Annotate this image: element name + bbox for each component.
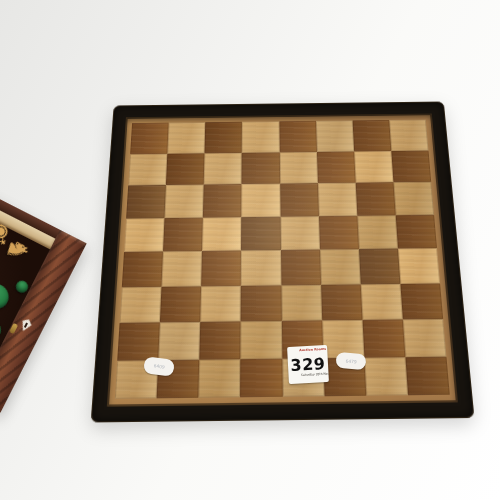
board-square <box>391 150 431 182</box>
board-square <box>166 153 205 185</box>
board-square <box>122 251 163 286</box>
board-square <box>241 285 281 322</box>
chess-piece-knight-icon: ♞ <box>2 235 34 265</box>
board-square <box>205 122 242 153</box>
board-square <box>357 215 398 249</box>
board-square <box>280 216 320 250</box>
board-square <box>398 248 440 283</box>
chessboard-frame <box>91 102 475 423</box>
board-square <box>352 120 391 151</box>
board-square <box>241 216 280 250</box>
lot-sticker-date: Saturday 26th November 202 <box>301 373 316 377</box>
inventory-sticker-right: 6479 <box>335 352 366 371</box>
board-square <box>319 215 359 249</box>
board-square <box>117 322 160 360</box>
board-square <box>320 249 361 284</box>
inventory-sticker-right-text: 6479 <box>345 358 357 364</box>
board-square <box>201 250 241 285</box>
board-square <box>364 357 408 396</box>
board-square <box>199 359 241 398</box>
board-square <box>128 153 167 185</box>
board-square <box>280 183 319 216</box>
board-square <box>393 182 434 215</box>
board-square <box>241 250 281 285</box>
board-square <box>242 184 280 217</box>
board-square <box>403 319 447 357</box>
board-square <box>120 286 162 323</box>
lot-sticker-header: Auction Rooms <box>299 348 315 352</box>
auction-photo: ♚ ♞ ♛ ♟ Auction Rooms 329 Saturday 26th … <box>0 0 500 500</box>
board-square <box>316 120 354 151</box>
board-square <box>167 122 205 153</box>
board-square <box>158 322 200 360</box>
board-square <box>389 120 428 151</box>
board-square <box>242 152 280 184</box>
board-square <box>126 185 166 218</box>
board-square <box>242 121 279 152</box>
board-square <box>317 151 356 183</box>
board-square <box>163 217 203 251</box>
board-square <box>321 284 363 321</box>
board-square <box>354 151 393 183</box>
inventory-sticker-left-text: 6409 <box>153 363 165 369</box>
board-square <box>355 182 395 215</box>
board-square <box>160 286 201 323</box>
felt-base <box>0 279 13 313</box>
board-square <box>202 217 241 251</box>
board-square <box>281 250 321 285</box>
board-square <box>165 185 204 218</box>
board-square <box>279 121 317 152</box>
board-square <box>400 283 443 320</box>
board-square <box>203 184 242 217</box>
board-square <box>360 283 402 320</box>
board-square <box>200 285 241 322</box>
board-square <box>241 321 282 359</box>
board-square <box>240 358 282 397</box>
board-square <box>362 319 405 357</box>
chessboard-grid <box>115 120 450 399</box>
board-square <box>318 183 358 216</box>
board-square <box>281 284 322 321</box>
board-square <box>279 152 317 184</box>
board-square <box>200 321 241 359</box>
board-square <box>405 356 450 395</box>
lot-sticker: Auction Rooms 329 Saturday 26th November… <box>287 345 329 384</box>
board-square <box>124 218 165 252</box>
board-square <box>204 152 242 184</box>
keyhole-icon <box>19 317 34 333</box>
chess-pieces-box: ♚ ♞ ♛ ♟ <box>0 188 87 413</box>
board-square <box>130 123 169 154</box>
board-square <box>396 214 437 248</box>
brass-hook-icon <box>9 323 18 334</box>
board-square <box>359 249 401 284</box>
board-square <box>162 251 203 286</box>
